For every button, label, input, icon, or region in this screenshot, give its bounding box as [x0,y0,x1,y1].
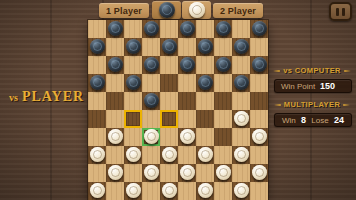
square-g5[interactable] [196,110,214,128]
square-i8 [232,56,250,74]
dark-piece-icon [159,2,175,18]
square-i4 [232,128,250,146]
piece-dark[interactable] [252,57,267,72]
square-g10 [196,20,214,38]
piece-light[interactable] [144,129,159,144]
light-side-indicator[interactable] [182,1,211,19]
square-a7[interactable] [88,74,106,92]
square-g7[interactable] [196,74,214,92]
vs-computer-title: vs COMPUTER [270,66,354,75]
square-d4[interactable] [142,128,160,146]
pause-button[interactable] [329,2,352,21]
square-e6 [160,92,178,110]
square-a4 [88,128,106,146]
square-b4[interactable] [106,128,124,146]
pause-icon [336,8,345,16]
piece-light[interactable] [198,183,213,198]
square-c2 [124,164,142,182]
square-f5 [178,110,196,128]
piece-dark[interactable] [216,21,231,36]
title-ornament-left [273,70,280,72]
checkers-game-screen: 1 Player 2 Player vs PLAYER vs COMPUTER … [0,0,356,200]
square-f10[interactable] [178,20,196,38]
piece-dark[interactable] [144,93,159,108]
piece-light[interactable] [126,183,141,198]
tab-1-player-label: 1 Player [106,6,142,16]
piece-dark[interactable] [234,75,249,90]
square-c9[interactable] [124,38,142,56]
piece-dark[interactable] [126,39,141,54]
vs-computer-title-text: vs COMPUTER [283,66,341,75]
square-b10[interactable] [106,20,124,38]
piece-light[interactable] [108,165,123,180]
square-g2 [196,164,214,182]
piece-light[interactable] [90,147,105,162]
multiplayer-title-text: MULTIPLAYER [284,100,341,109]
square-a2 [88,164,106,182]
square-f1 [178,182,196,200]
square-a5[interactable] [88,110,106,128]
square-e1[interactable] [160,182,178,200]
multiplayer-lose-value: 24 [334,115,344,125]
piece-light[interactable] [252,129,267,144]
square-a8 [88,56,106,74]
square-h6[interactable] [214,92,232,110]
square-j10[interactable] [250,20,268,38]
square-c10 [124,20,142,38]
square-a1[interactable] [88,182,106,200]
piece-light[interactable] [252,165,267,180]
square-c5[interactable] [124,110,142,128]
title-ornament-right [344,70,351,72]
piece-light[interactable] [234,183,249,198]
square-f7 [178,74,196,92]
square-h7 [214,74,232,92]
piece-dark[interactable] [162,39,177,54]
square-i2 [232,164,250,182]
win-point-bar: Win Point 150 [274,79,352,93]
checkers-board [88,20,268,200]
square-d2[interactable] [142,164,160,182]
piece-dark[interactable] [90,39,105,54]
square-j4[interactable] [250,128,268,146]
piece-light[interactable] [108,129,123,144]
piece-light[interactable] [162,147,177,162]
square-c3[interactable] [124,146,142,164]
piece-dark[interactable] [198,75,213,90]
square-c7[interactable] [124,74,142,92]
square-b2[interactable] [106,164,124,182]
piece-light[interactable] [234,111,249,126]
square-a10 [88,20,106,38]
square-h2[interactable] [214,164,232,182]
square-b6[interactable] [106,92,124,110]
piece-light[interactable] [216,165,231,180]
square-b1 [106,182,124,200]
square-g3[interactable] [196,146,214,164]
square-h9 [214,38,232,56]
square-a9[interactable] [88,38,106,56]
piece-light[interactable] [162,183,177,198]
square-e4 [160,128,178,146]
square-j1 [250,182,268,200]
square-f2[interactable] [178,164,196,182]
square-e3[interactable] [160,146,178,164]
piece-dark[interactable] [234,39,249,54]
square-f9 [178,38,196,56]
square-i9[interactable] [232,38,250,56]
square-i10 [232,20,250,38]
piece-light[interactable] [180,129,195,144]
square-g9[interactable] [196,38,214,56]
square-j5 [250,110,268,128]
square-c6 [124,92,142,110]
square-d8[interactable] [142,56,160,74]
piece-light[interactable] [180,165,195,180]
square-d3 [142,146,160,164]
multiplayer-bar: Win 8 Lose 24 [274,113,352,127]
piece-dark[interactable] [144,21,159,36]
tab-2-player[interactable]: 2 Player [213,3,263,18]
square-h8[interactable] [214,56,232,74]
light-piece-icon [189,2,205,18]
piece-light[interactable] [126,147,141,162]
tab-2-player-label: 2 Player [220,6,256,16]
square-g6 [196,92,214,110]
piece-light[interactable] [144,165,159,180]
multiplayer-title: MULTIPLAYER [270,100,354,109]
mode-label: vs PLAYER [9,87,89,105]
square-i6 [232,92,250,110]
square-g4 [196,128,214,146]
piece-dark[interactable] [216,57,231,72]
square-i3[interactable] [232,146,250,164]
square-f6[interactable] [178,92,196,110]
piece-light[interactable] [90,183,105,198]
square-g8 [196,56,214,74]
square-a6 [88,92,106,110]
mode-vs-text: vs [9,92,18,103]
piece-dark[interactable] [180,21,195,36]
piece-dark[interactable] [180,57,195,72]
tab-1-player[interactable]: 1 Player [99,3,149,18]
piece-dark[interactable] [126,75,141,90]
square-i1[interactable] [232,182,250,200]
square-h5 [214,110,232,128]
square-j7 [250,74,268,92]
piece-dark[interactable] [90,75,105,90]
square-d10[interactable] [142,20,160,38]
square-b3 [106,146,124,164]
square-i7[interactable] [232,74,250,92]
square-b7 [106,74,124,92]
square-e10 [160,20,178,38]
square-e2 [160,164,178,182]
square-d5 [142,110,160,128]
win-point-value: 150 [320,81,335,91]
square-c8 [124,56,142,74]
square-j2[interactable] [250,164,268,182]
multiplayer-win-label: Win [282,116,296,125]
square-j9 [250,38,268,56]
square-e8 [160,56,178,74]
piece-light[interactable] [234,147,249,162]
square-g1[interactable] [196,182,214,200]
piece-dark[interactable] [108,21,123,36]
square-e9[interactable] [160,38,178,56]
square-b5 [106,110,124,128]
square-d9 [142,38,160,56]
square-c4 [124,128,142,146]
square-e5[interactable] [160,110,178,128]
square-f3 [178,146,196,164]
square-f4[interactable] [178,128,196,146]
square-j8[interactable] [250,56,268,74]
square-h3 [214,146,232,164]
square-d6[interactable] [142,92,160,110]
square-c1[interactable] [124,182,142,200]
square-d1 [142,182,160,200]
square-h10[interactable] [214,20,232,38]
square-f8[interactable] [178,56,196,74]
square-j3 [250,146,268,164]
piece-light[interactable] [198,147,213,162]
multiplayer-win-value: 8 [301,115,306,125]
win-point-label: Win Point [281,82,315,91]
square-b8[interactable] [106,56,124,74]
piece-dark[interactable] [144,57,159,72]
square-h1 [214,182,232,200]
piece-dark[interactable] [108,57,123,72]
square-i5[interactable] [232,110,250,128]
square-h4[interactable] [214,128,232,146]
title-ornament-right [343,104,350,106]
multiplayer-lose-label: Lose [311,116,328,125]
square-j6[interactable] [250,92,268,110]
square-e7[interactable] [160,74,178,92]
title-ornament-left [274,104,281,106]
square-b9 [106,38,124,56]
square-a3[interactable] [88,146,106,164]
dark-side-indicator[interactable] [152,1,181,19]
piece-dark[interactable] [252,21,267,36]
mode-name-text: PLAYER [22,89,84,104]
piece-dark[interactable] [198,39,213,54]
square-d7 [142,74,160,92]
